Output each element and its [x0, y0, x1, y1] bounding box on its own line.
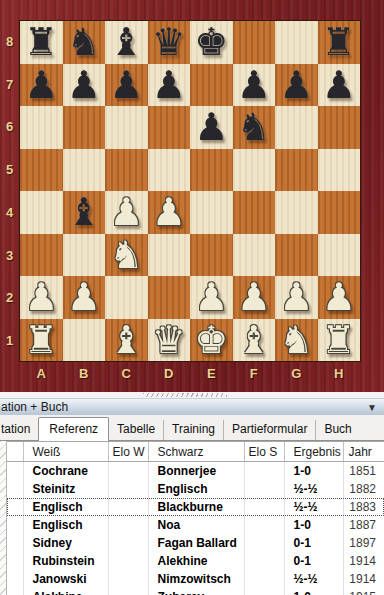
rank-labels: 87654321: [0, 20, 19, 362]
white-knight[interactable]: ♞: [275, 319, 318, 362]
cell-elo: [108, 462, 148, 480]
column-header-white[interactable]: Weiß: [23, 442, 108, 462]
cell-result: ½-½: [284, 480, 343, 498]
cell-name: Rubinstein: [23, 552, 108, 570]
cell-result: ½-½: [284, 570, 343, 588]
square-b1[interactable]: [63, 319, 106, 362]
cell-name: Noa: [148, 516, 244, 534]
tab-referenz[interactable]: Referenz: [38, 417, 109, 441]
cell-elo: [108, 480, 148, 498]
cell-elo: [108, 570, 148, 588]
square-a3[interactable]: [20, 234, 63, 277]
cell-name: Englisch: [23, 498, 108, 516]
column-header-elo-s[interactable]: Elo S: [244, 442, 284, 462]
white-pawn[interactable]: ♟: [190, 276, 233, 319]
black-pawn[interactable]: ♟: [190, 106, 233, 149]
cell-result: ½-½: [284, 498, 343, 516]
square-f5[interactable]: [233, 149, 276, 192]
reference-table-area: Weiß Elo W Schwarz Elo S Ergebnis Jahr C…: [0, 441, 384, 595]
panel-tabs: tationReferenzTabelleTrainingPartieformu…: [0, 415, 384, 441]
cell-num: [7, 534, 23, 552]
square-g1[interactable]: ♞: [275, 319, 318, 362]
white-king[interactable]: ♚: [190, 319, 233, 362]
cell-elo: [244, 480, 284, 498]
square-c3[interactable]: ♞: [105, 234, 148, 277]
square-h4[interactable]: [318, 191, 361, 234]
black-knight[interactable]: ♞: [233, 106, 276, 149]
cell-num: [7, 462, 23, 480]
square-b6[interactable]: [63, 106, 106, 149]
square-f8[interactable]: [233, 21, 276, 64]
square-c6[interactable]: [105, 106, 148, 149]
game-row-rubinstein-alekhine[interactable]: RubinsteinAlekhine0-11914: [7, 552, 384, 570]
cell-year: 1887: [343, 516, 384, 534]
chess-board-frame: 87654321 ♜♞♝♛♚♜♟♟♟♟♟♟♟♟♞♝♟♟♞♟♟♟♟♟♟♜♝♛♚♝♞…: [0, 0, 384, 392]
square-h2[interactable]: ♟: [318, 276, 361, 319]
cell-elo: [108, 588, 148, 595]
cell-name: Nimzowitsch: [148, 570, 244, 588]
square-h1[interactable]: ♜: [318, 319, 361, 362]
cell-num: [7, 480, 23, 498]
square-g4[interactable]: [275, 191, 318, 234]
cell-name: Cochrane: [23, 462, 108, 480]
cell-elo: [244, 552, 284, 570]
square-f2[interactable]: ♟: [233, 276, 276, 319]
square-d7[interactable]: ♟: [148, 64, 191, 107]
panel-title: ation + Buch: [1, 400, 68, 414]
cell-year: 1851: [343, 462, 384, 480]
file-label-b: B: [63, 362, 106, 385]
square-g3[interactable]: [275, 234, 318, 277]
tab-training[interactable]: Training: [163, 420, 223, 440]
cell-num: [7, 588, 23, 595]
square-a5[interactable]: [20, 149, 63, 192]
game-row-janowski-nimzowitsch[interactable]: JanowskiNimzowitsch½-½1914: [7, 570, 384, 588]
black-pawn[interactable]: ♟: [275, 64, 318, 107]
square-h6[interactable]: [318, 106, 361, 149]
square-e4[interactable]: [190, 191, 233, 234]
game-row-englisch-blackburne[interactable]: EnglischBlackburne½-½1883: [7, 498, 384, 516]
black-bishop[interactable]: ♝: [105, 21, 148, 64]
square-h7[interactable]: ♟: [318, 64, 361, 107]
cell-result: 0-1: [284, 534, 343, 552]
cell-name: Bonnerjee: [148, 462, 244, 480]
white-pawn[interactable]: ♟: [148, 191, 191, 234]
rank-label-5: 5: [0, 148, 19, 191]
games-table: Weiß Elo W Schwarz Elo S Ergebnis Jahr C…: [7, 441, 384, 595]
square-e1[interactable]: ♚: [190, 319, 233, 362]
vertical-splitter[interactable]: [0, 441, 7, 595]
file-label-c: C: [105, 362, 148, 385]
white-rook[interactable]: ♜: [20, 319, 63, 362]
cell-name: Janowski: [23, 570, 108, 588]
black-pawn[interactable]: ♟: [20, 64, 63, 107]
square-b8[interactable]: ♞: [63, 21, 106, 64]
square-c8[interactable]: ♝: [105, 21, 148, 64]
white-pawn[interactable]: ♟: [318, 276, 361, 319]
cell-result: 1-0: [284, 516, 343, 534]
square-e6[interactable]: ♟: [190, 106, 233, 149]
cell-year: 1914: [343, 570, 384, 588]
tab-buch[interactable]: Buch: [315, 420, 359, 440]
cell-year: 1915: [343, 588, 384, 595]
square-e8[interactable]: ♚: [190, 21, 233, 64]
square-h8[interactable]: ♜: [318, 21, 361, 64]
cell-elo: [108, 552, 148, 570]
black-pawn[interactable]: ♟: [318, 64, 361, 107]
rank-label-6: 6: [0, 106, 19, 149]
column-header-year[interactable]: Jahr: [343, 442, 384, 462]
column-header-result[interactable]: Ergebnis: [284, 442, 343, 462]
cell-elo: [244, 534, 284, 552]
square-g8[interactable]: [275, 21, 318, 64]
game-row-englisch-noa[interactable]: EnglischNoa1-01887: [7, 516, 384, 534]
cell-year: 1897: [343, 534, 384, 552]
white-knight[interactable]: ♞: [105, 234, 148, 277]
cell-name: Fagan Ballard: [148, 534, 244, 552]
black-rook[interactable]: ♜: [20, 21, 63, 64]
cell-result: 1-0: [284, 588, 343, 595]
square-b2[interactable]: ♟: [63, 276, 106, 319]
cell-elo: [244, 516, 284, 534]
square-a6[interactable]: [20, 106, 63, 149]
cell-num: [7, 570, 23, 588]
rank-label-1: 1: [0, 319, 19, 362]
black-pawn[interactable]: ♟: [148, 64, 191, 107]
square-g2[interactable]: ♟: [275, 276, 318, 319]
square-a7[interactable]: ♟: [20, 64, 63, 107]
column-header-num[interactable]: [7, 442, 23, 462]
cell-result: 0-1: [284, 552, 343, 570]
square-f7[interactable]: ♟: [233, 64, 276, 107]
cell-num: [7, 552, 23, 570]
square-b4[interactable]: ♝: [63, 191, 106, 234]
white-pawn[interactable]: ♟: [63, 276, 106, 319]
black-bishop[interactable]: ♝: [63, 191, 106, 234]
cell-elo: [244, 588, 284, 595]
white-queen[interactable]: ♛: [148, 319, 191, 362]
square-d8[interactable]: ♛: [148, 21, 191, 64]
cell-year: 1914: [343, 552, 384, 570]
tab-tation[interactable]: tation: [0, 420, 38, 440]
black-pawn[interactable]: ♟: [233, 64, 276, 107]
square-b7[interactable]: ♟: [63, 64, 106, 107]
square-g6[interactable]: [275, 106, 318, 149]
cell-name: Alekhine: [148, 552, 244, 570]
black-queen[interactable]: ♛: [148, 21, 191, 64]
square-e2[interactable]: ♟: [190, 276, 233, 319]
white-pawn[interactable]: ♟: [20, 276, 63, 319]
file-label-d: D: [148, 362, 191, 385]
cell-result: 1-0: [284, 462, 343, 480]
square-f6[interactable]: ♞: [233, 106, 276, 149]
square-a1[interactable]: ♜: [20, 319, 63, 362]
square-f1[interactable]: ♝: [233, 319, 276, 362]
file-label-a: A: [20, 362, 63, 385]
cell-name: Englisch: [148, 480, 244, 498]
cell-name: Sidney: [23, 534, 108, 552]
white-pawn[interactable]: ♟: [275, 276, 318, 319]
file-label-h: H: [318, 362, 361, 385]
square-d6[interactable]: [148, 106, 191, 149]
white-pawn[interactable]: ♟: [233, 276, 276, 319]
square-d4[interactable]: ♟: [148, 191, 191, 234]
rank-label-8: 8: [0, 20, 19, 63]
cell-elo: [108, 516, 148, 534]
cell-year: 1882: [343, 480, 384, 498]
white-pawn[interactable]: ♟: [105, 191, 148, 234]
black-pawn[interactable]: ♟: [105, 64, 148, 107]
cell-name: Zubarev: [148, 588, 244, 595]
rank-label-3: 3: [0, 234, 19, 277]
games-table-header: Weiß Elo W Schwarz Elo S Ergebnis Jahr: [7, 442, 384, 462]
file-label-g: G: [275, 362, 318, 385]
file-label-e: E: [190, 362, 233, 385]
cell-elo: [108, 498, 148, 516]
cell-elo: [108, 534, 148, 552]
square-h5[interactable]: [318, 149, 361, 192]
game-row-sidney-fagan-ballard[interactable]: SidneyFagan Ballard0-11897: [7, 534, 384, 552]
square-e5[interactable]: [190, 149, 233, 192]
black-knight[interactable]: ♞: [63, 21, 106, 64]
black-pawn[interactable]: ♟: [63, 64, 106, 107]
square-c4[interactable]: ♟: [105, 191, 148, 234]
square-d2[interactable]: [148, 276, 191, 319]
cell-num: [7, 498, 23, 516]
square-c1[interactable]: ♝: [105, 319, 148, 362]
black-rook[interactable]: ♜: [318, 21, 361, 64]
square-b3[interactable]: [63, 234, 106, 277]
file-label-f: F: [233, 362, 276, 385]
game-row-alekhine-zubarev[interactable]: AlekhineZubarev1-01915: [7, 588, 384, 595]
panel-title-bar: ation + Buch ▼: [0, 398, 384, 415]
white-bishop[interactable]: ♝: [233, 319, 276, 362]
square-d5[interactable]: [148, 149, 191, 192]
app-window: 87654321 ♜♞♝♛♚♜♟♟♟♟♟♟♟♟♞♝♟♟♞♟♟♟♟♟♟♜♝♛♚♝♞…: [0, 0, 384, 595]
square-a2[interactable]: ♟: [20, 276, 63, 319]
cell-elo: [244, 570, 284, 588]
cell-year: 1883: [343, 498, 384, 516]
square-f4[interactable]: [233, 191, 276, 234]
column-header-elo-w[interactable]: Elo W: [108, 442, 148, 462]
square-d1[interactable]: ♛: [148, 319, 191, 362]
black-king[interactable]: ♚: [190, 21, 233, 64]
game-row-steinitz-englisch[interactable]: SteinitzEnglisch½-½1882: [7, 480, 384, 498]
square-g7[interactable]: ♟: [275, 64, 318, 107]
square-a4[interactable]: [20, 191, 63, 234]
white-rook[interactable]: ♜: [318, 319, 361, 362]
chevron-down-icon[interactable]: ▼: [367, 402, 377, 413]
tab-tabelle[interactable]: Tabelle: [109, 420, 163, 440]
square-g5[interactable]: [275, 149, 318, 192]
column-header-black[interactable]: Schwarz: [148, 442, 244, 462]
square-b5[interactable]: [63, 149, 106, 192]
square-c2[interactable]: [105, 276, 148, 319]
cell-name: Steinitz: [23, 480, 108, 498]
rank-label-4: 4: [0, 191, 19, 234]
cell-name: Englisch: [23, 516, 108, 534]
file-labels: ABCDEFGH: [20, 362, 360, 385]
rank-label-2: 2: [0, 277, 19, 320]
square-d3[interactable]: [148, 234, 191, 277]
square-c5[interactable]: [105, 149, 148, 192]
square-h3[interactable]: [318, 234, 361, 277]
chess-board: ♜♞♝♛♚♜♟♟♟♟♟♟♟♟♞♝♟♟♞♟♟♟♟♟♟♜♝♛♚♝♞♜: [19, 20, 361, 362]
cell-elo: [244, 498, 284, 516]
tab-partieformular[interactable]: Partieformular: [223, 420, 315, 440]
cell-num: [7, 516, 23, 534]
square-c7[interactable]: ♟: [105, 64, 148, 107]
square-a8[interactable]: ♜: [20, 21, 63, 64]
rank-label-7: 7: [0, 63, 19, 106]
cell-elo: [244, 462, 284, 480]
cell-name: Blackburne: [148, 498, 244, 516]
square-e3[interactable]: [190, 234, 233, 277]
splitter-grip-icon: [143, 393, 227, 397]
white-bishop[interactable]: ♝: [105, 319, 148, 362]
square-e7[interactable]: [190, 64, 233, 107]
cell-name: Alekhine: [23, 588, 108, 595]
game-row-cochrane-bonnerjee[interactable]: CochraneBonnerjee1-01851: [7, 462, 384, 480]
square-f3[interactable]: [233, 234, 276, 277]
